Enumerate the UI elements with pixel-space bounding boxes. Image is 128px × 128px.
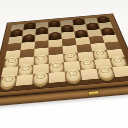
square-r7c1 bbox=[16, 74, 33, 86]
square-r7c3 bbox=[49, 72, 66, 83]
photo-background bbox=[0, 0, 128, 128]
square-r7c0 bbox=[0, 76, 17, 88]
square-r7c4 bbox=[65, 70, 82, 81]
brass-clasp-icon bbox=[87, 90, 99, 96]
light-man[interactable] bbox=[65, 69, 81, 82]
light-man[interactable] bbox=[33, 71, 48, 85]
board-squares bbox=[0, 17, 128, 88]
square-r7c2 bbox=[32, 73, 49, 85]
board-scene bbox=[0, 0, 128, 128]
light-man[interactable] bbox=[0, 74, 16, 88]
square-r7c7 bbox=[112, 66, 128, 77]
checkers-board bbox=[0, 14, 128, 92]
